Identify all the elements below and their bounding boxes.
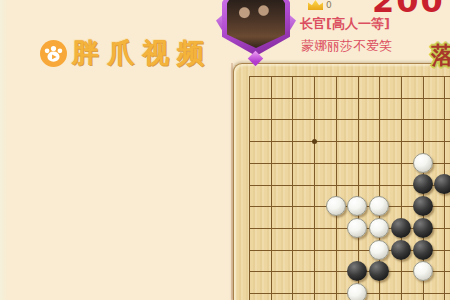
board-cell[interactable]	[260, 239, 282, 261]
board-cell[interactable]	[368, 260, 390, 282]
board-cell[interactable]	[390, 87, 412, 109]
white-stone	[326, 196, 346, 216]
crown-count: 0	[326, 0, 332, 10]
board-cell[interactable]	[433, 239, 450, 261]
board-cell[interactable]	[238, 239, 260, 261]
place-stone-button[interactable]: 落	[431, 40, 450, 71]
board-cell[interactable]	[412, 109, 434, 131]
crown-icon	[308, 0, 323, 10]
black-stone	[413, 218, 433, 238]
board-cell[interactable]	[390, 130, 412, 152]
board-cell[interactable]	[260, 130, 282, 152]
watermark-brand-text: 胖爪视频	[72, 35, 212, 71]
board-cell[interactable]	[433, 260, 450, 282]
board-cell[interactable]	[412, 217, 434, 239]
white-stone	[369, 240, 389, 260]
board-cell[interactable]	[282, 65, 304, 87]
board-cell[interactable]	[238, 260, 260, 282]
board-cell[interactable]	[433, 217, 450, 239]
board-cell[interactable]	[282, 174, 304, 196]
board-cell[interactable]	[303, 282, 325, 300]
black-stone	[413, 174, 433, 194]
black-stone	[347, 261, 367, 281]
black-stone	[391, 218, 411, 238]
board-cell[interactable]	[368, 152, 390, 174]
board-cell[interactable]	[325, 260, 347, 282]
paw-play-icon	[40, 40, 67, 67]
board-cell[interactable]	[347, 174, 369, 196]
board-cell[interactable]	[282, 239, 304, 261]
board-cell[interactable]	[347, 130, 369, 152]
board-cell[interactable]	[347, 87, 369, 109]
board-cell[interactable]	[390, 260, 412, 282]
board-cell[interactable]	[282, 195, 304, 217]
player-avatar[interactable]	[218, 0, 294, 62]
board-cell[interactable]	[368, 282, 390, 300]
app-screen: 胖爪视频 0 长官[高人一等] 蒙娜丽莎不爱笑 200 落	[0, 0, 450, 300]
board-cell[interactable]	[303, 87, 325, 109]
board-cell[interactable]	[368, 239, 390, 261]
white-stone	[347, 196, 367, 216]
board-cell[interactable]	[282, 109, 304, 131]
white-stone	[347, 283, 367, 300]
watermark: 胖爪视频	[40, 35, 212, 71]
board-cell[interactable]	[368, 109, 390, 131]
board-cell[interactable]	[282, 152, 304, 174]
board-cell[interactable]	[412, 239, 434, 261]
board-cell[interactable]	[238, 282, 260, 300]
board-cell[interactable]	[368, 65, 390, 87]
board-cell[interactable]	[238, 152, 260, 174]
black-stone	[413, 240, 433, 260]
black-stone	[369, 261, 389, 281]
board-cell[interactable]	[347, 195, 369, 217]
board-cell[interactable]	[238, 65, 260, 87]
gomoku-board	[233, 63, 450, 300]
board-cell[interactable]	[238, 87, 260, 109]
board-cell[interactable]	[282, 217, 304, 239]
board-cell[interactable]	[390, 195, 412, 217]
board-cell[interactable]	[412, 87, 434, 109]
board-cell[interactable]	[390, 152, 412, 174]
board-cell[interactable]	[303, 217, 325, 239]
board-cell[interactable]	[368, 174, 390, 196]
board-cell[interactable]	[368, 217, 390, 239]
board-cell[interactable]	[390, 239, 412, 261]
board-cell[interactable]	[325, 152, 347, 174]
black-stone	[413, 196, 433, 216]
board-cell[interactable]	[390, 217, 412, 239]
board-cell[interactable]	[260, 217, 282, 239]
board-cell[interactable]	[238, 195, 260, 217]
board-cell[interactable]	[347, 65, 369, 87]
board-cell[interactable]	[433, 130, 450, 152]
board-cell[interactable]	[325, 87, 347, 109]
board-cell[interactable]	[282, 282, 304, 300]
board-cell[interactable]	[433, 109, 450, 131]
board-cell[interactable]	[347, 217, 369, 239]
black-stone	[391, 240, 411, 260]
board-cell[interactable]	[412, 282, 434, 300]
board-cell[interactable]	[412, 152, 434, 174]
board-cell[interactable]	[347, 109, 369, 131]
board-cell[interactable]	[238, 109, 260, 131]
board-cell[interactable]	[260, 282, 282, 300]
board-cell[interactable]	[303, 109, 325, 131]
board-cell[interactable]	[260, 87, 282, 109]
board-cell[interactable]	[303, 260, 325, 282]
black-stone	[434, 174, 450, 194]
panel-edge-highlight	[0, 0, 7, 300]
board-cell[interactable]	[260, 152, 282, 174]
board-cell[interactable]	[260, 174, 282, 196]
board-cell[interactable]	[433, 282, 450, 300]
board-cell[interactable]	[347, 239, 369, 261]
board-cell[interactable]	[412, 174, 434, 196]
board-cell[interactable]	[325, 130, 347, 152]
board-cell[interactable]	[368, 130, 390, 152]
board-cell[interactable]	[390, 109, 412, 131]
board-cell[interactable]	[260, 65, 282, 87]
board-grid	[238, 65, 450, 300]
white-stone	[413, 261, 433, 281]
board-cell[interactable]	[303, 174, 325, 196]
board-cell[interactable]	[282, 260, 304, 282]
board-cell[interactable]	[303, 130, 325, 152]
board-cell[interactable]	[238, 130, 260, 152]
board-cell[interactable]	[260, 195, 282, 217]
board-cell[interactable]	[260, 109, 282, 131]
board-cell[interactable]	[433, 152, 450, 174]
board-cell[interactable]	[390, 174, 412, 196]
board-cell[interactable]	[325, 109, 347, 131]
board-cell[interactable]	[390, 282, 412, 300]
board-cell[interactable]	[325, 239, 347, 261]
board-cell[interactable]	[433, 174, 450, 196]
player-message: 蒙娜丽莎不爱笑	[301, 37, 392, 55]
crown-counter: 0	[308, 0, 332, 10]
board-cell[interactable]	[368, 195, 390, 217]
board-cell[interactable]	[433, 195, 450, 217]
white-stone	[413, 153, 433, 173]
board-cell[interactable]	[325, 195, 347, 217]
board-cell[interactable]	[347, 152, 369, 174]
white-stone	[369, 218, 389, 238]
board-cell[interactable]	[412, 260, 434, 282]
board-cell[interactable]	[260, 260, 282, 282]
board-cell[interactable]	[238, 174, 260, 196]
board-cell[interactable]	[282, 130, 304, 152]
board-cell[interactable]	[325, 217, 347, 239]
board-cell[interactable]	[390, 65, 412, 87]
board-cell[interactable]	[282, 87, 304, 109]
board-cell[interactable]	[412, 195, 434, 217]
board-cell[interactable]	[368, 87, 390, 109]
white-stone	[347, 218, 367, 238]
board-cell[interactable]	[347, 282, 369, 300]
board-cell[interactable]	[303, 239, 325, 261]
board-cell[interactable]	[325, 174, 347, 196]
white-stone	[369, 196, 389, 216]
board-cell[interactable]	[303, 65, 325, 87]
board-cell[interactable]	[303, 152, 325, 174]
board-cell[interactable]	[238, 217, 260, 239]
board-cell[interactable]	[325, 282, 347, 300]
board-cell[interactable]	[347, 260, 369, 282]
move-timer: 200	[372, 0, 445, 20]
board-cell[interactable]	[303, 195, 325, 217]
board-cell[interactable]	[325, 65, 347, 87]
board-cell[interactable]	[412, 130, 434, 152]
board-cell[interactable]	[433, 87, 450, 109]
